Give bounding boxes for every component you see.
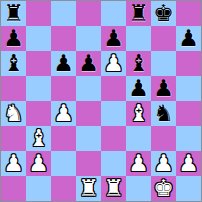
piece-black-pawn: ♟ <box>178 26 199 51</box>
square-d3[interactable] <box>76 126 101 151</box>
square-h2[interactable]: ♟ <box>176 151 201 176</box>
square-e3[interactable] <box>101 126 126 151</box>
square-a2[interactable]: ♟ <box>1 151 26 176</box>
square-f3[interactable] <box>126 126 151 151</box>
square-c4[interactable]: ♟ <box>51 101 76 126</box>
square-a7[interactable]: ♟ <box>1 26 26 51</box>
square-b6[interactable] <box>26 51 51 76</box>
square-e2[interactable] <box>101 151 126 176</box>
piece-white-pawn: ♟ <box>178 151 199 176</box>
piece-white-bishop: ♝ <box>28 126 49 151</box>
square-e6[interactable]: ♟ <box>101 51 126 76</box>
square-b5[interactable] <box>26 76 51 101</box>
piece-white-knight: ♞ <box>3 101 24 126</box>
piece-white-rook: ♜ <box>78 176 99 201</box>
piece-black-king: ♚ <box>153 1 174 26</box>
square-b8[interactable] <box>26 1 51 26</box>
square-f2[interactable]: ♟ <box>126 151 151 176</box>
piece-black-pawn: ♟ <box>78 51 99 76</box>
square-f5[interactable]: ♟ <box>126 76 151 101</box>
square-b1[interactable] <box>26 176 51 201</box>
square-c5[interactable] <box>51 76 76 101</box>
square-g8[interactable]: ♚ <box>151 1 176 26</box>
square-d5[interactable] <box>76 76 101 101</box>
piece-white-pawn: ♟ <box>28 151 49 176</box>
square-f1[interactable] <box>126 176 151 201</box>
square-c1[interactable] <box>51 176 76 201</box>
square-a8[interactable]: ♜ <box>1 1 26 26</box>
piece-white-bishop: ♝ <box>128 101 149 126</box>
square-d8[interactable] <box>76 1 101 26</box>
square-a4[interactable]: ♞ <box>1 101 26 126</box>
square-b2[interactable]: ♟ <box>26 151 51 176</box>
square-g1[interactable]: ♚ <box>151 176 176 201</box>
piece-black-rook: ♜ <box>128 1 149 26</box>
square-d4[interactable] <box>76 101 101 126</box>
square-h7[interactable]: ♟ <box>176 26 201 51</box>
square-g6[interactable] <box>151 51 176 76</box>
square-h1[interactable] <box>176 176 201 201</box>
square-a3[interactable] <box>1 126 26 151</box>
square-g5[interactable]: ♟ <box>151 76 176 101</box>
piece-black-pawn: ♟ <box>103 26 124 51</box>
square-c3[interactable] <box>51 126 76 151</box>
piece-black-pawn: ♟ <box>3 26 24 51</box>
square-e1[interactable]: ♜ <box>101 176 126 201</box>
square-h8[interactable] <box>176 1 201 26</box>
square-f6[interactable]: ♝ <box>126 51 151 76</box>
piece-black-rook: ♜ <box>3 1 24 26</box>
square-d2[interactable] <box>76 151 101 176</box>
square-c7[interactable] <box>51 26 76 51</box>
square-b4[interactable] <box>26 101 51 126</box>
piece-white-pawn: ♟ <box>103 51 124 76</box>
square-a5[interactable] <box>1 76 26 101</box>
square-f4[interactable]: ♝ <box>126 101 151 126</box>
square-a1[interactable] <box>1 176 26 201</box>
square-e5[interactable] <box>101 76 126 101</box>
piece-white-pawn: ♟ <box>3 151 24 176</box>
piece-white-pawn: ♟ <box>53 101 74 126</box>
square-h6[interactable] <box>176 51 201 76</box>
square-h5[interactable] <box>176 76 201 101</box>
square-b3[interactable]: ♝ <box>26 126 51 151</box>
piece-white-pawn: ♟ <box>153 151 174 176</box>
piece-white-rook: ♜ <box>103 176 124 201</box>
square-d7[interactable] <box>76 26 101 51</box>
square-e4[interactable] <box>101 101 126 126</box>
square-d6[interactable]: ♟ <box>76 51 101 76</box>
square-c8[interactable] <box>51 1 76 26</box>
piece-white-pawn: ♟ <box>128 151 149 176</box>
piece-white-king: ♚ <box>153 176 174 201</box>
piece-black-pawn: ♟ <box>53 51 74 76</box>
square-c6[interactable]: ♟ <box>51 51 76 76</box>
square-h4[interactable] <box>176 101 201 126</box>
square-g2[interactable]: ♟ <box>151 151 176 176</box>
square-f8[interactable]: ♜ <box>126 1 151 26</box>
square-d1[interactable]: ♜ <box>76 176 101 201</box>
square-f7[interactable] <box>126 26 151 51</box>
piece-black-bishop: ♝ <box>3 51 24 76</box>
piece-black-pawn: ♟ <box>128 76 149 101</box>
square-h3[interactable] <box>176 126 201 151</box>
square-g3[interactable] <box>151 126 176 151</box>
square-e7[interactable]: ♟ <box>101 26 126 51</box>
chess-board-frame: ♜♜♚♟♟♟♝♟♟♟♝♟♟♞♟♝♞♝♟♟♟♟♟♜♜♚ <box>0 0 202 202</box>
square-b7[interactable] <box>26 26 51 51</box>
square-e8[interactable] <box>101 1 126 26</box>
square-g7[interactable] <box>151 26 176 51</box>
square-a6[interactable]: ♝ <box>1 51 26 76</box>
chess-board: ♜♜♚♟♟♟♝♟♟♟♝♟♟♞♟♝♞♝♟♟♟♟♟♜♜♚ <box>1 1 201 201</box>
square-c2[interactable] <box>51 151 76 176</box>
square-g4[interactable]: ♞ <box>151 101 176 126</box>
piece-black-knight: ♞ <box>153 101 174 126</box>
piece-black-bishop: ♝ <box>128 51 149 76</box>
piece-black-pawn: ♟ <box>153 76 174 101</box>
